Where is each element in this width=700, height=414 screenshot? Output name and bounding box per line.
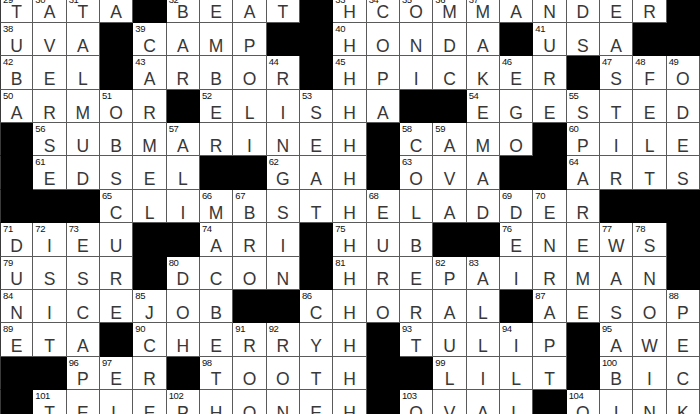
grid-cell[interactable]: E	[567, 223, 600, 256]
clue-number: 38	[3, 24, 13, 34]
grid-cell[interactable]: T	[600, 90, 633, 123]
grid-cell[interactable]: 77W	[600, 223, 633, 256]
block-cell	[300, 23, 333, 56]
cell-letter: E	[200, 338, 232, 356]
grid-cell[interactable]: 50A	[0, 90, 33, 123]
grid-cell[interactable]: N	[267, 390, 300, 414]
grid-cell[interactable]: D	[567, 0, 600, 23]
grid-cell[interactable]: R	[600, 156, 633, 189]
grid-cell[interactable]: A	[467, 390, 500, 414]
grid-cell[interactable]: 33H	[333, 0, 366, 23]
grid-cell[interactable]: D	[667, 90, 700, 123]
block-cell	[367, 357, 400, 390]
grid-cell[interactable]: B	[100, 123, 133, 156]
grid-cell[interactable]: 71D	[0, 223, 33, 256]
cell-letter: O	[400, 171, 432, 189]
grid-cell[interactable]: 29T	[0, 0, 33, 23]
grid-cell[interactable]: M	[133, 123, 166, 156]
grid-cell[interactable]: O	[233, 257, 266, 290]
grid-cell[interactable]: 46E	[500, 56, 533, 89]
grid-cell[interactable]: N	[267, 257, 300, 290]
cell-letter: R	[267, 338, 299, 356]
grid-cell[interactable]: H	[200, 390, 233, 414]
grid-cell[interactable]: A	[67, 23, 100, 56]
clue-number: 103	[402, 391, 417, 401]
grid-cell[interactable]: K	[667, 390, 700, 414]
grid-cell[interactable]: 53S	[300, 90, 333, 123]
grid-cell[interactable]: A	[467, 156, 500, 189]
grid-cell[interactable]: 101T	[33, 390, 66, 414]
grid-cell[interactable]: 68E	[367, 190, 400, 223]
cell-letter: A	[433, 305, 465, 323]
grid-cell[interactable]: 38U	[0, 23, 33, 56]
grid-cell[interactable]: L	[133, 190, 166, 223]
grid-cell[interactable]: R	[400, 290, 433, 323]
grid-cell[interactable]: I	[600, 390, 633, 414]
clue-number: 65	[102, 191, 112, 201]
grid-cell[interactable]: R	[167, 56, 200, 89]
grid-cell[interactable]: 98T	[200, 357, 233, 390]
grid-cell[interactable]: A	[467, 23, 500, 56]
block-cell	[367, 156, 400, 189]
grid-cell[interactable]: N	[633, 390, 666, 414]
grid-cell[interactable]: E	[400, 257, 433, 290]
grid-cell[interactable]: 60P	[567, 123, 600, 156]
grid-cell[interactable]: 82P	[433, 257, 466, 290]
cell-content: 77W	[600, 223, 632, 256]
cell-content: 83A	[467, 257, 499, 290]
grid-cell[interactable]: B	[200, 290, 233, 323]
cell-letter: H	[333, 338, 365, 356]
grid-cell[interactable]: 65C	[100, 190, 133, 223]
grid-cell[interactable]: L	[100, 390, 133, 414]
grid-cell[interactable]: H	[333, 90, 366, 123]
grid-cell[interactable]: H	[333, 123, 366, 156]
cell-content: V	[33, 23, 65, 56]
grid-cell[interactable]: 30A	[33, 0, 66, 23]
cell-letter: U	[433, 338, 465, 356]
grid-cell[interactable]: A	[300, 156, 333, 189]
cell-content: A	[67, 323, 99, 356]
grid-cell[interactable]: I	[267, 223, 300, 256]
grid-cell[interactable]: T	[633, 156, 666, 189]
grid-cell[interactable]: T	[300, 190, 333, 223]
clue-number: 52	[202, 91, 212, 101]
grid-cell[interactable]: 94I	[500, 323, 533, 356]
cell-letter: E	[367, 205, 399, 223]
grid-cell[interactable]: 54E	[467, 90, 500, 123]
grid-cell[interactable]: L	[67, 56, 100, 89]
grid-cell[interactable]: S	[33, 257, 66, 290]
cell-content: E	[200, 323, 232, 356]
grid-cell[interactable]: L	[467, 323, 500, 356]
grid-cell[interactable]: 70E	[533, 190, 566, 223]
grid-cell[interactable]: 48F	[633, 56, 666, 89]
grid-cell[interactable]: U	[433, 323, 466, 356]
grid-cell[interactable]: 89E	[0, 323, 33, 356]
grid-cell[interactable]: I	[600, 123, 633, 156]
cell-letter: O	[500, 138, 532, 156]
grid-cell[interactable]: E	[667, 323, 700, 356]
grid-cell[interactable]: Y	[300, 323, 333, 356]
grid-cell[interactable]: 79U	[0, 257, 33, 290]
cell-content: O	[233, 357, 265, 390]
grid-cell[interactable]: 84N	[0, 290, 33, 323]
grid-cell[interactable]: 45H	[333, 56, 366, 89]
cell-letter: R	[533, 271, 565, 289]
grid-cell[interactable]: L	[233, 90, 266, 123]
grid-cell[interactable]: 44R	[267, 56, 300, 89]
cell-content: R	[367, 257, 399, 290]
grid-cell[interactable]: B	[400, 223, 433, 256]
cell-content: 84N	[1, 290, 32, 323]
grid-cell[interactable]: 51O	[100, 90, 133, 123]
grid-cell[interactable]: E	[67, 390, 100, 414]
cell-content: H	[333, 323, 365, 356]
cell-content: 50A	[1, 90, 32, 123]
cell-content: 68E	[367, 190, 399, 223]
cell-content: N	[533, 0, 565, 22]
grid-cell[interactable]: A	[600, 257, 633, 290]
grid-cell[interactable]: I	[167, 190, 200, 223]
grid-cell[interactable]: O	[367, 23, 400, 56]
grid-cell[interactable]: U	[67, 123, 100, 156]
grid-cell[interactable]: R	[133, 357, 166, 390]
clue-number: 59	[435, 124, 445, 134]
block-cell	[0, 190, 33, 223]
grid-cell[interactable]: 103O	[400, 390, 433, 414]
grid-cell[interactable]: 56S	[33, 123, 66, 156]
cell-letter: P	[567, 138, 599, 156]
cell-letter: H	[333, 371, 365, 389]
grid-cell[interactable]: 55S	[567, 90, 600, 123]
grid-cell[interactable]: I	[233, 123, 266, 156]
grid-cell[interactable]: 90C	[133, 323, 166, 356]
grid-cell[interactable]: 42B	[0, 56, 33, 89]
cell-content: I	[467, 357, 499, 390]
grid-cell[interactable]: S	[267, 190, 300, 223]
block-cell	[567, 323, 600, 356]
grid-cell[interactable]: L	[167, 156, 200, 189]
grid-cell[interactable]: P	[367, 56, 400, 89]
cell-letter: C	[400, 138, 432, 156]
cell-content: T	[300, 190, 332, 223]
grid-cell[interactable]: W	[633, 323, 666, 356]
cell-content: C	[200, 257, 232, 290]
grid-cell[interactable]: A	[167, 23, 200, 56]
grid-cell[interactable]: S	[100, 156, 133, 189]
grid-cell[interactable]: 85J	[133, 290, 166, 323]
grid-cell[interactable]: U	[367, 223, 400, 256]
grid-cell[interactable]: N	[267, 123, 300, 156]
grid-cell[interactable]: 87A	[533, 290, 566, 323]
grid-cell[interactable]: R	[133, 90, 166, 123]
grid-cell[interactable]: H	[333, 323, 366, 356]
cell-content: 91R	[233, 323, 265, 356]
grid-cell[interactable]: I	[633, 357, 666, 390]
grid-cell[interactable]: 36M	[433, 0, 466, 23]
grid-cell[interactable]: V	[433, 156, 466, 189]
grid-cell[interactable]: O	[167, 290, 200, 323]
grid-cell[interactable]: 35O	[400, 0, 433, 23]
grid-cell[interactable]: C	[667, 357, 700, 390]
cell-content: S	[267, 190, 299, 223]
grid-cell[interactable]: A	[433, 190, 466, 223]
grid-cell[interactable]: H	[167, 323, 200, 356]
cell-letter: M	[133, 138, 165, 156]
grid-cell[interactable]: N	[400, 23, 433, 56]
grid-cell[interactable]: 66M	[200, 190, 233, 223]
grid-cell[interactable]: P	[533, 323, 566, 356]
grid-cell[interactable]: C	[67, 290, 100, 323]
grid-cell[interactable]: 58C	[400, 123, 433, 156]
clue-number: 62	[269, 157, 279, 167]
cell-letter: D	[567, 4, 599, 22]
cell-letter: E	[133, 405, 165, 414]
cell-content: 80D	[167, 257, 199, 290]
grid-cell[interactable]: E	[533, 90, 566, 123]
grid-cell[interactable]: N	[533, 223, 566, 256]
grid-cell[interactable]: 100B	[600, 357, 633, 390]
cell-content: 64A	[567, 156, 599, 189]
grid-cell[interactable]: H	[333, 357, 366, 390]
grid-cell[interactable]: R	[567, 190, 600, 223]
grid-cell[interactable]: O	[500, 123, 533, 156]
grid-cell[interactable]: R	[33, 90, 66, 123]
cell-letter: R	[200, 138, 232, 156]
grid-cell[interactable]: M	[467, 123, 500, 156]
grid-cell[interactable]: 32B	[167, 0, 200, 23]
cell-content: R	[233, 223, 265, 256]
cell-content: 47S	[600, 56, 632, 89]
grid-cell[interactable]: G	[500, 90, 533, 123]
grid-cell[interactable]: O	[367, 290, 400, 323]
grid-cell[interactable]: 40H	[333, 23, 366, 56]
cell-letter: E	[300, 405, 332, 414]
grid-cell[interactable]: A	[500, 0, 533, 23]
grid-cell[interactable]: I	[400, 56, 433, 89]
grid-cell[interactable]: 75H	[333, 223, 366, 256]
grid-cell[interactable]: E	[567, 290, 600, 323]
grid-cell[interactable]: 104O	[567, 390, 600, 414]
grid-cell[interactable]: 57A	[167, 123, 200, 156]
grid-cell[interactable]: H	[333, 290, 366, 323]
grid-cell[interactable]: 76E	[500, 223, 533, 256]
grid-cell[interactable]: 74A	[200, 223, 233, 256]
grid-cell[interactable]: C	[200, 257, 233, 290]
grid-cell[interactable]: 63O	[400, 156, 433, 189]
grid-cell[interactable]: I	[467, 357, 500, 390]
grid-cell[interactable]: A	[433, 290, 466, 323]
grid-cell[interactable]: 39C	[133, 23, 166, 56]
grid-cell[interactable]: R	[533, 257, 566, 290]
grid-cell[interactable]: O	[267, 357, 300, 390]
grid-cell[interactable]: 31T	[67, 0, 100, 23]
cell-letter: B	[200, 71, 232, 89]
cell-letter: D	[500, 205, 532, 223]
grid-cell[interactable]: R	[100, 257, 133, 290]
grid-cell[interactable]: M	[567, 257, 600, 290]
grid-cell[interactable]: O	[233, 56, 266, 89]
grid-cell[interactable]: 64A	[567, 156, 600, 189]
grid-cell[interactable]: 102P	[167, 390, 200, 414]
grid-cell[interactable]: E	[133, 390, 166, 414]
grid-cell[interactable]: E	[33, 56, 66, 89]
grid-cell[interactable]: N	[633, 257, 666, 290]
grid-cell[interactable]: R	[233, 223, 266, 256]
grid-cell[interactable]: C	[433, 56, 466, 89]
grid-cell[interactable]: 93T	[400, 323, 433, 356]
grid-cell[interactable]: 86C	[300, 290, 333, 323]
grid-cell[interactable]: L	[633, 123, 666, 156]
cell-letter: R	[633, 4, 665, 22]
grid-cell[interactable]: 34C	[367, 0, 400, 23]
cell-letter: H	[333, 4, 365, 22]
grid-cell[interactable]: L	[500, 357, 533, 390]
grid-cell[interactable]: A	[233, 0, 266, 23]
clue-number: 67	[235, 191, 245, 201]
cell-content: R	[133, 357, 165, 390]
grid-cell[interactable]: T	[300, 357, 333, 390]
grid-cell[interactable]: S	[600, 290, 633, 323]
grid-cell[interactable]: E	[200, 323, 233, 356]
grid-cell[interactable]: E	[300, 390, 333, 414]
grid-cell[interactable]: O	[233, 357, 266, 390]
clue-number: 51	[102, 91, 112, 101]
cell-content: H	[333, 290, 365, 323]
grid-cell[interactable]: 73E	[67, 223, 100, 256]
grid-cell[interactable]: E	[667, 123, 700, 156]
grid-cell[interactable]: 78S	[633, 223, 666, 256]
grid-cell[interactable]: T	[33, 323, 66, 356]
grid-cell[interactable]: O	[633, 290, 666, 323]
grid-cell[interactable]: 47S	[600, 56, 633, 89]
grid-cell[interactable]: E	[600, 0, 633, 23]
grid-cell[interactable]: 95A	[600, 323, 633, 356]
grid-cell[interactable]: T	[267, 0, 300, 23]
grid-cell[interactable]: L	[500, 390, 533, 414]
grid-cell[interactable]: M	[67, 90, 100, 123]
grid-cell[interactable]: E	[300, 123, 333, 156]
cell-letter: N	[267, 138, 299, 156]
block-cell	[633, 23, 666, 56]
grid-cell[interactable]: R	[367, 257, 400, 290]
grid-cell[interactable]: L	[400, 190, 433, 223]
grid-cell[interactable]: A	[367, 90, 400, 123]
grid-cell[interactable]: B	[200, 56, 233, 89]
cell-letter: A	[33, 4, 65, 22]
grid-cell[interactable]: H	[333, 390, 366, 414]
cell-content: O	[267, 357, 299, 390]
grid-cell[interactable]: M	[200, 23, 233, 56]
grid-cell[interactable]: 52E	[200, 90, 233, 123]
cell-content: 98T	[200, 357, 232, 390]
cell-content: 62G	[267, 156, 299, 189]
grid-cell[interactable]: P	[233, 23, 266, 56]
grid-cell[interactable]: 99L	[433, 357, 466, 390]
grid-cell[interactable]: N	[533, 0, 566, 23]
grid-cell[interactable]: H	[333, 190, 366, 223]
grid-cell[interactable]: E	[133, 156, 166, 189]
grid-cell[interactable]: H	[333, 156, 366, 189]
grid-cell[interactable]: R	[533, 56, 566, 89]
grid-cell[interactable]: R	[200, 123, 233, 156]
grid-cell[interactable]: 69D	[500, 190, 533, 223]
grid-cell[interactable]: 80D	[167, 257, 200, 290]
grid-cell[interactable]: S	[667, 156, 700, 189]
grid-cell[interactable]: 59A	[433, 123, 466, 156]
grid-cell[interactable]: D	[433, 23, 466, 56]
cell-letter: O	[267, 371, 299, 389]
cell-content: A	[467, 156, 499, 189]
grid-cell[interactable]: 37M	[467, 0, 500, 23]
clue-number: 92	[269, 324, 279, 334]
grid-cell[interactable]: A	[100, 0, 133, 23]
cell-letter: N	[533, 4, 565, 22]
grid-cell[interactable]: R	[633, 0, 666, 23]
grid-cell[interactable]: 96P	[67, 357, 100, 390]
cell-letter: U	[367, 238, 399, 256]
block-cell	[667, 23, 700, 56]
grid-cell[interactable]: K	[467, 56, 500, 89]
grid-cell[interactable]: T	[533, 357, 566, 390]
grid-cell[interactable]: D	[467, 190, 500, 223]
grid-cell[interactable]: 67B	[233, 190, 266, 223]
grid-cell[interactable]: 92R	[267, 323, 300, 356]
grid-cell[interactable]: I	[267, 90, 300, 123]
cell-content: 92R	[267, 323, 299, 356]
cell-letter: M	[433, 4, 465, 22]
cell-content: 69D	[500, 190, 532, 223]
grid-cell[interactable]: I	[500, 257, 533, 290]
cell-letter: T	[600, 105, 632, 123]
grid-cell[interactable]: 91R	[233, 323, 266, 356]
grid-cell[interactable]: V	[433, 390, 466, 414]
grid-cell[interactable]: 41U	[533, 23, 566, 56]
clue-number: 72	[35, 224, 45, 234]
grid-cell[interactable]: 49O	[667, 56, 700, 89]
grid-cell[interactable]: 61E	[33, 156, 66, 189]
clue-number: 76	[502, 224, 512, 234]
block-cell	[133, 257, 166, 290]
grid-cell[interactable]: 72I	[33, 223, 66, 256]
cell-letter: A	[67, 338, 99, 356]
grid-cell[interactable]: 81H	[333, 257, 366, 290]
grid-cell[interactable]: 43A	[133, 56, 166, 89]
grid-cell[interactable]: I	[33, 290, 66, 323]
grid-cell[interactable]: S	[567, 23, 600, 56]
grid-cell[interactable]: D	[67, 156, 100, 189]
grid-cell[interactable]: 97E	[100, 357, 133, 390]
grid-cell[interactable]: O	[233, 390, 266, 414]
grid-cell[interactable]: E	[200, 0, 233, 23]
cell-letter: A	[467, 271, 499, 289]
cell-content: R	[33, 90, 65, 123]
grid-cell[interactable]: S	[67, 257, 100, 290]
grid-cell[interactable]: E	[100, 290, 133, 323]
grid-cell[interactable]: 62G	[267, 156, 300, 189]
grid-cell[interactable]: L	[467, 290, 500, 323]
cell-content: L	[233, 90, 265, 123]
grid-cell[interactable]: U	[100, 223, 133, 256]
block-cell	[0, 123, 33, 156]
grid-cell[interactable]: A	[600, 23, 633, 56]
grid-cell[interactable]: 88P	[667, 290, 700, 323]
grid-cell[interactable]: A	[67, 323, 100, 356]
grid-cell[interactable]: E	[633, 90, 666, 123]
grid-cell[interactable]: 83A	[467, 257, 500, 290]
grid-cell[interactable]: V	[33, 23, 66, 56]
